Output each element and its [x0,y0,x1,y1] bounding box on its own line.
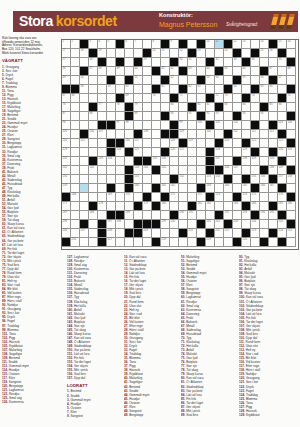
grid-cell[interactable]: 38 [98,67,107,76]
grid-cell[interactable]: 51 [134,76,143,85]
grid-cell[interactable] [71,148,80,157]
grid-cell[interactable]: 69 [125,94,134,103]
grid-cell[interactable]: 33 [233,58,242,67]
grid-cell[interactable]: 172 [197,193,206,202]
grid-cell[interactable]: 99 [179,121,188,130]
grid-cell[interactable]: 110 [206,130,215,139]
grid-cell[interactable]: 88 [89,112,98,121]
grid-cell[interactable] [80,58,89,67]
grid-cell[interactable] [107,202,116,211]
grid-cell[interactable]: 149 [278,166,287,175]
grid-cell[interactable] [224,112,233,121]
grid-cell[interactable]: 27 [62,58,71,67]
grid-cell[interactable] [269,112,278,121]
grid-cell[interactable]: 117 [134,139,143,148]
grid-cell[interactable]: 100 [197,121,206,130]
grid-cell[interactable]: 23 [197,49,206,58]
grid-cell[interactable] [215,184,224,193]
grid-cell[interactable]: 37 [89,67,98,76]
grid-cell[interactable] [80,175,89,184]
grid-cell[interactable] [71,211,80,220]
grid-cell[interactable]: 159 [62,184,71,193]
grid-cell[interactable]: 201 [206,220,215,229]
grid-cell[interactable] [206,85,215,94]
grid-cell[interactable]: 178 [98,202,107,211]
grid-cell[interactable]: 193 [242,211,251,220]
grid-cell[interactable] [134,49,143,58]
grid-cell[interactable]: 104 [287,121,296,130]
grid-cell[interactable]: 207 [80,229,89,238]
grid-cell[interactable]: 35 [278,58,287,67]
grid-cell[interactable] [71,166,80,175]
grid-cell[interactable]: 204 [251,220,260,229]
grid-cell[interactable]: 167 [269,184,278,193]
grid-cell[interactable]: 129 [242,148,251,157]
grid-cell[interactable]: 43 [188,67,197,76]
grid-cell[interactable] [161,175,170,184]
grid-cell[interactable] [170,85,179,94]
grid-cell[interactable] [80,211,89,220]
grid-cell[interactable]: 109 [179,130,188,139]
crossword-grid[interactable]: 1234567891011121314151617181920212223242… [61,39,299,250]
grid-cell[interactable]: 143 [134,166,143,175]
grid-cell[interactable]: 92 [206,112,215,121]
grid-cell[interactable] [233,211,242,220]
grid-cell[interactable] [125,202,134,211]
grid-cell[interactable] [188,184,197,193]
grid-cell[interactable]: 44 [206,67,215,76]
grid-cell[interactable]: 164 [224,184,233,193]
grid-cell[interactable] [80,112,89,121]
grid-cell[interactable] [125,238,134,247]
grid-cell[interactable]: 180 [161,202,170,211]
grid-cell[interactable]: 72 [215,94,224,103]
grid-cell[interactable]: 133 [98,157,107,166]
grid-cell[interactable] [233,103,242,112]
grid-cell[interactable]: 146 [224,166,233,175]
grid-cell[interactable] [278,112,287,121]
grid-cell[interactable] [98,94,107,103]
grid-cell[interactable] [143,94,152,103]
grid-cell[interactable] [224,76,233,85]
grid-cell[interactable] [89,148,98,157]
grid-cell[interactable]: 147 [233,166,242,175]
grid-cell[interactable] [107,94,116,103]
grid-cell[interactable]: 161 [161,184,170,193]
grid-cell[interactable] [233,175,242,184]
grid-cell[interactable] [188,238,197,247]
grid-cell[interactable]: 215 [287,229,296,238]
grid-cell[interactable] [260,229,269,238]
grid-cell[interactable] [197,67,206,76]
grid-cell[interactable] [287,184,296,193]
grid-cell[interactable] [152,211,161,220]
grid-cell[interactable] [260,202,269,211]
grid-cell[interactable]: 36 [62,67,71,76]
grid-cell[interactable] [188,40,197,49]
grid-cell[interactable]: 49 [62,76,71,85]
grid-cell[interactable] [116,193,125,202]
grid-cell[interactable]: 112 [251,130,260,139]
grid-cell[interactable] [179,112,188,121]
grid-cell[interactable] [260,130,269,139]
grid-cell[interactable]: 60 [125,85,134,94]
grid-cell[interactable] [179,103,188,112]
grid-cell[interactable] [224,121,233,130]
grid-cell[interactable]: 152 [179,175,188,184]
grid-cell[interactable]: 185 [278,202,287,211]
grid-cell[interactable]: 203 [233,220,242,229]
grid-cell[interactable] [161,58,170,67]
grid-cell[interactable]: 145 [161,166,170,175]
grid-cell[interactable] [215,130,224,139]
grid-cell[interactable] [134,94,143,103]
grid-cell[interactable]: 54 [215,76,224,85]
grid-cell[interactable] [197,175,206,184]
grid-cell[interactable] [152,103,161,112]
grid-cell[interactable]: 171 [170,193,179,202]
grid-cell[interactable] [233,229,242,238]
grid-cell[interactable]: 139 [251,157,260,166]
grid-cell[interactable]: 41 [161,67,170,76]
grid-cell[interactable]: 206 [62,229,71,238]
grid-cell[interactable]: 168 [71,193,80,202]
grid-cell[interactable] [224,148,233,157]
grid-cell[interactable]: 120 [224,139,233,148]
grid-cell[interactable]: 91 [188,112,197,121]
grid-cell[interactable] [179,202,188,211]
grid-cell[interactable] [233,148,242,157]
grid-cell[interactable]: 192 [224,211,233,220]
grid-cell[interactable]: 94 [242,112,251,121]
grid-cell[interactable]: 132 [62,157,71,166]
grid-cell[interactable] [89,238,98,247]
grid-cell[interactable] [242,121,251,130]
grid-cell[interactable] [116,157,125,166]
grid-cell[interactable] [125,67,134,76]
grid-cell[interactable]: 1 [62,40,71,49]
grid-cell[interactable] [287,76,296,85]
grid-cell[interactable] [224,238,233,247]
grid-cell[interactable] [80,202,89,211]
grid-cell[interactable] [143,121,152,130]
grid-cell[interactable]: 218 [161,238,170,247]
grid-cell[interactable] [179,238,188,247]
grid-cell[interactable] [80,157,89,166]
grid-cell[interactable]: 216 [71,238,80,247]
grid-cell[interactable]: 107 [98,130,107,139]
grid-cell[interactable] [71,76,80,85]
grid-cell[interactable]: 118 [170,139,179,148]
grid-cell[interactable] [269,220,278,229]
grid-cell[interactable]: 25 [260,49,269,58]
grid-cell[interactable] [134,193,143,202]
grid-cell[interactable]: 2 [71,40,80,49]
grid-cell[interactable]: 73 [224,94,233,103]
grid-cell[interactable] [197,211,206,220]
grid-cell[interactable]: 151 [134,175,143,184]
grid-cell[interactable]: 20 [152,49,161,58]
grid-cell[interactable]: 158 [287,175,296,184]
grid-cell[interactable] [71,184,80,193]
grid-cell[interactable]: 183 [233,202,242,211]
grid-cell[interactable] [269,139,278,148]
grid-cell[interactable]: 67 [62,94,71,103]
grid-cell[interactable] [287,211,296,220]
grid-cell[interactable] [89,220,98,229]
grid-cell[interactable] [116,130,125,139]
grid-cell[interactable] [152,193,161,202]
grid-cell[interactable]: 196 [62,220,71,229]
grid-cell[interactable]: 189 [125,211,134,220]
grid-cell[interactable] [179,193,188,202]
grid-cell[interactable] [98,193,107,202]
grid-cell[interactable]: 80 [170,103,179,112]
highlight-cell[interactable]: 11 [215,40,224,49]
grid-cell[interactable]: 53 [206,76,215,85]
grid-cell[interactable] [71,157,80,166]
grid-cell[interactable] [107,175,116,184]
grid-cell[interactable] [143,238,152,247]
grid-cell[interactable]: 195 [269,211,278,220]
grid-cell[interactable] [251,238,260,247]
grid-cell[interactable]: 39 [116,67,125,76]
grid-cell[interactable]: 76 [62,103,71,112]
grid-cell[interactable]: 191 [188,211,197,220]
grid-cell[interactable] [152,58,161,67]
grid-cell[interactable] [80,148,89,157]
grid-cell[interactable] [197,94,206,103]
grid-cell[interactable] [89,94,98,103]
grid-cell[interactable] [269,193,278,202]
grid-cell[interactable]: 106 [89,130,98,139]
grid-cell[interactable] [71,49,80,58]
grid-cell[interactable] [80,193,89,202]
grid-cell[interactable] [143,103,152,112]
grid-cell[interactable] [197,157,206,166]
grid-cell[interactable] [260,139,269,148]
grid-cell[interactable]: 122 [278,139,287,148]
grid-cell[interactable] [116,229,125,238]
grid-cell[interactable] [269,238,278,247]
grid-cell[interactable]: 108 [143,130,152,139]
grid-cell[interactable] [260,157,269,166]
grid-cell[interactable] [260,148,269,157]
grid-cell[interactable] [188,76,197,85]
grid-cell[interactable] [143,211,152,220]
grid-cell[interactable]: 154 [215,175,224,184]
grid-cell[interactable]: 16 [287,40,296,49]
grid-cell[interactable]: 22 [179,49,188,58]
grid-cell[interactable] [179,166,188,175]
grid-cell[interactable]: 89 [134,112,143,121]
grid-cell[interactable]: 57 [278,76,287,85]
grid-cell[interactable] [269,94,278,103]
grid-cell[interactable] [251,103,260,112]
grid-cell[interactable] [269,58,278,67]
grid-cell[interactable]: 142 [89,166,98,175]
grid-cell[interactable] [233,67,242,76]
grid-cell[interactable] [71,202,80,211]
grid-cell[interactable] [152,76,161,85]
grid-cell[interactable]: 170 [125,193,134,202]
grid-cell[interactable]: 30 [179,58,188,67]
grid-cell[interactable] [116,49,125,58]
grid-cell[interactable]: 96 [62,121,71,130]
grid-cell[interactable]: 84 [242,103,251,112]
grid-cell[interactable]: 7 [134,40,143,49]
grid-cell[interactable]: 205 [278,220,287,229]
grid-cell[interactable]: 126 [170,148,179,157]
grid-cell[interactable]: 138 [242,157,251,166]
grid-cell[interactable] [89,121,98,130]
grid-cell[interactable] [125,220,134,229]
grid-cell[interactable] [98,139,107,148]
grid-cell[interactable] [170,229,179,238]
grid-cell[interactable] [71,220,80,229]
grid-cell[interactable] [71,112,80,121]
grid-cell[interactable] [188,166,197,175]
grid-cell[interactable]: 181 [197,202,206,211]
grid-cell[interactable] [116,184,125,193]
grid-cell[interactable]: 130 [278,148,287,157]
grid-cell[interactable]: 65 [260,85,269,94]
grid-cell[interactable]: 173 [215,193,224,202]
grid-cell[interactable] [179,76,188,85]
grid-cell[interactable] [251,76,260,85]
grid-cell[interactable]: 128 [215,148,224,157]
grid-cell[interactable]: 166 [260,184,269,193]
grid-cell[interactable] [71,139,80,148]
grid-cell[interactable]: 163 [206,184,215,193]
grid-cell[interactable] [143,85,152,94]
grid-cell[interactable] [152,121,161,130]
grid-cell[interactable]: 85 [269,103,278,112]
grid-cell[interactable]: 3 [89,40,98,49]
grid-cell[interactable] [197,139,206,148]
grid-cell[interactable] [134,238,143,247]
grid-cell[interactable]: 148 [269,166,278,175]
grid-cell[interactable] [71,67,80,76]
grid-cell[interactable]: 213 [251,229,260,238]
grid-cell[interactable]: 78 [116,103,125,112]
grid-cell[interactable]: 42 [170,67,179,76]
grid-cell[interactable]: 26 [269,49,278,58]
grid-cell[interactable] [278,85,287,94]
grid-cell[interactable]: 62 [188,85,197,94]
grid-cell[interactable] [89,139,98,148]
grid-cell[interactable]: 135 [152,157,161,166]
grid-cell[interactable]: 116 [125,139,134,148]
grid-cell[interactable] [71,121,80,130]
grid-cell[interactable]: 79 [134,103,143,112]
grid-cell[interactable]: 13 [242,40,251,49]
grid-cell[interactable] [242,130,251,139]
grid-cell[interactable] [134,211,143,220]
grid-cell[interactable] [152,130,161,139]
grid-cell[interactable] [152,229,161,238]
grid-cell[interactable]: 160 [134,184,143,193]
grid-cell[interactable] [98,76,107,85]
grid-cell[interactable]: 8 [152,40,161,49]
grid-cell[interactable]: 188 [89,211,98,220]
grid-cell[interactable] [215,85,224,94]
grid-cell[interactable]: 115 [80,139,89,148]
grid-cell[interactable]: 46 [242,67,251,76]
grid-cell[interactable]: 19 [98,49,107,58]
grid-cell[interactable]: 121 [251,139,260,148]
grid-cell[interactable]: 102 [233,121,242,130]
grid-cell[interactable]: 214 [278,229,287,238]
grid-cell[interactable] [287,49,296,58]
grid-cell[interactable]: 81 [197,103,206,112]
grid-cell[interactable]: 169 [107,193,116,202]
grid-cell[interactable] [260,58,269,67]
grid-cell[interactable] [170,238,179,247]
grid-cell[interactable] [188,193,197,202]
grid-cell[interactable] [116,85,125,94]
grid-cell[interactable] [98,166,107,175]
grid-cell[interactable] [242,220,251,229]
grid-cell[interactable] [107,58,116,67]
grid-cell[interactable] [116,238,125,247]
grid-cell[interactable]: 87 [62,112,71,121]
grid-cell[interactable]: 198 [116,220,125,229]
grid-cell[interactable]: 136 [161,157,170,166]
grid-cell[interactable] [98,148,107,157]
grid-cell[interactable] [125,49,134,58]
grid-cell[interactable] [143,76,152,85]
grid-cell[interactable] [224,157,233,166]
grid-cell[interactable] [107,166,116,175]
grid-cell[interactable] [188,148,197,157]
grid-cell[interactable] [188,220,197,229]
grid-cell[interactable] [251,166,260,175]
grid-cell[interactable] [71,229,80,238]
grid-cell[interactable] [125,157,134,166]
grid-cell[interactable]: 217 [107,238,116,247]
grid-cell[interactable] [188,121,197,130]
grid-cell[interactable] [188,157,197,166]
grid-cell[interactable] [143,184,152,193]
grid-cell[interactable]: 32 [215,58,224,67]
grid-cell[interactable] [116,202,125,211]
grid-cell[interactable] [251,112,260,121]
grid-cell[interactable] [80,103,89,112]
grid-cell[interactable] [80,166,89,175]
grid-cell[interactable]: 12 [233,40,242,49]
grid-cell[interactable] [116,112,125,121]
grid-cell[interactable]: 125 [134,148,143,157]
grid-cell[interactable] [188,130,197,139]
grid-cell[interactable]: 21 [161,49,170,58]
grid-cell[interactable]: 211 [215,229,224,238]
grid-cell[interactable]: 190 [179,211,188,220]
grid-cell[interactable] [161,103,170,112]
grid-cell[interactable] [188,94,197,103]
grid-cell[interactable]: 113 [269,130,278,139]
grid-cell[interactable] [260,220,269,229]
grid-cell[interactable]: 4 [98,40,107,49]
grid-cell[interactable] [125,58,134,67]
grid-cell[interactable]: 18 [80,49,89,58]
grid-cell[interactable]: 63 [197,85,206,94]
grid-cell[interactable] [170,202,179,211]
grid-cell[interactable] [152,148,161,157]
grid-cell[interactable]: 50 [80,76,89,85]
grid-cell[interactable] [161,94,170,103]
grid-cell[interactable] [224,202,233,211]
